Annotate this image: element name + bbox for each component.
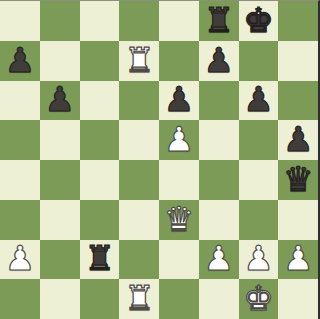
square-a5[interactable]	[0, 120, 40, 160]
square-a8[interactable]	[0, 1, 40, 41]
square-d2[interactable]	[119, 240, 159, 280]
black-pawn[interactable]: ♟	[203, 41, 233, 80]
square-b8[interactable]	[40, 1, 80, 41]
black-rook[interactable]: ♜	[84, 240, 114, 279]
square-a6[interactable]	[0, 81, 40, 121]
square-g4[interactable]	[239, 160, 279, 200]
square-c8[interactable]	[80, 1, 120, 41]
square-d5[interactable]	[119, 120, 159, 160]
black-pawn[interactable]: ♟	[44, 81, 74, 120]
square-b1[interactable]	[40, 279, 80, 319]
square-e8[interactable]	[159, 1, 199, 41]
square-h2[interactable]: ♟	[278, 240, 318, 280]
square-d7[interactable]: ♜	[119, 41, 159, 81]
white-queen[interactable]: ♛	[164, 200, 194, 239]
square-e7[interactable]	[159, 41, 199, 81]
square-b2[interactable]	[40, 240, 80, 280]
white-pawn[interactable]: ♟	[203, 240, 233, 279]
square-d6[interactable]	[119, 81, 159, 121]
square-c6[interactable]	[80, 81, 120, 121]
square-f5[interactable]	[199, 120, 239, 160]
square-d8[interactable]	[119, 1, 159, 41]
chess-board: ♜♚♟♜♟♟♟♟♟♟♛♛♟♜♟♟♟♜♚	[0, 0, 320, 319]
square-c3[interactable]	[80, 200, 120, 240]
square-e4[interactable]	[159, 160, 199, 200]
square-a7[interactable]: ♟	[0, 41, 40, 81]
white-rook[interactable]: ♜	[124, 41, 154, 80]
square-a1[interactable]	[0, 279, 40, 319]
black-king[interactable]: ♚	[243, 1, 273, 40]
black-rook[interactable]: ♜	[203, 1, 233, 40]
square-e6[interactable]: ♟	[159, 81, 199, 121]
square-e5[interactable]: ♟	[159, 120, 199, 160]
square-g2[interactable]: ♟	[239, 240, 279, 280]
square-f1[interactable]	[199, 279, 239, 319]
square-f8[interactable]: ♜	[199, 1, 239, 41]
square-h5[interactable]: ♟	[278, 120, 318, 160]
white-pawn[interactable]: ♟	[283, 240, 313, 279]
square-g6[interactable]: ♟	[239, 81, 279, 121]
square-a2[interactable]: ♟	[0, 240, 40, 280]
square-h8[interactable]	[278, 1, 318, 41]
black-queen[interactable]: ♛	[283, 160, 313, 199]
square-g1[interactable]: ♚	[239, 279, 279, 319]
square-h3[interactable]	[278, 200, 318, 240]
square-h4[interactable]: ♛	[278, 160, 318, 200]
square-b4[interactable]	[40, 160, 80, 200]
chess-board-wrapper: ♜♚♟♜♟♟♟♟♟♟♛♛♟♜♟♟♟♜♚	[0, 0, 320, 319]
square-c1[interactable]	[80, 279, 120, 319]
square-h7[interactable]	[278, 41, 318, 81]
square-c7[interactable]	[80, 41, 120, 81]
square-c5[interactable]	[80, 120, 120, 160]
square-e2[interactable]	[159, 240, 199, 280]
square-d3[interactable]	[119, 200, 159, 240]
square-f6[interactable]	[199, 81, 239, 121]
white-rook[interactable]: ♜	[124, 279, 154, 318]
square-d1[interactable]: ♜	[119, 279, 159, 319]
black-pawn[interactable]: ♟	[164, 81, 194, 120]
square-b5[interactable]	[40, 120, 80, 160]
square-g8[interactable]: ♚	[239, 1, 279, 41]
square-f3[interactable]	[199, 200, 239, 240]
square-b6[interactable]: ♟	[40, 81, 80, 121]
square-g3[interactable]	[239, 200, 279, 240]
square-d4[interactable]	[119, 160, 159, 200]
square-g7[interactable]	[239, 41, 279, 81]
square-f7[interactable]: ♟	[199, 41, 239, 81]
square-f2[interactable]: ♟	[199, 240, 239, 280]
square-f4[interactable]	[199, 160, 239, 200]
white-pawn[interactable]: ♟	[164, 120, 194, 159]
square-c4[interactable]	[80, 160, 120, 200]
square-e3[interactable]: ♛	[159, 200, 199, 240]
square-b7[interactable]	[40, 41, 80, 81]
white-pawn[interactable]: ♟	[5, 240, 35, 279]
white-pawn[interactable]: ♟	[243, 240, 273, 279]
square-e1[interactable]	[159, 279, 199, 319]
black-pawn[interactable]: ♟	[5, 41, 35, 80]
black-pawn[interactable]: ♟	[283, 120, 313, 159]
black-pawn[interactable]: ♟	[243, 81, 273, 120]
square-h1[interactable]	[278, 279, 318, 319]
square-a4[interactable]	[0, 160, 40, 200]
square-c2[interactable]: ♜	[80, 240, 120, 280]
square-g5[interactable]	[239, 120, 279, 160]
square-a3[interactable]	[0, 200, 40, 240]
square-b3[interactable]	[40, 200, 80, 240]
white-king[interactable]: ♚	[243, 279, 273, 318]
square-h6[interactable]	[278, 81, 318, 121]
